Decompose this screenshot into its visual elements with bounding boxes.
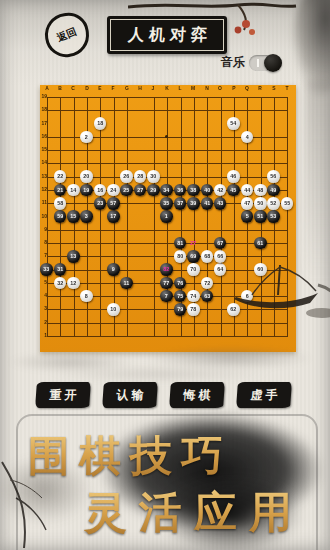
column-label-Q: Q (243, 86, 250, 91)
music-toggle[interactable] (249, 55, 282, 71)
stone-P13[interactable]: 46 (227, 170, 240, 183)
stone-R8[interactable]: 61 (254, 237, 267, 250)
slogan-line1: 围棋技巧 (28, 428, 232, 484)
stone-B5[interactable]: 32 (54, 277, 67, 290)
stone-Q16[interactable]: 4 (241, 131, 254, 144)
resign-button[interactable]: 认输 (102, 382, 158, 408)
stone-S11[interactable]: 52 (267, 197, 280, 210)
stone-O11[interactable]: 43 (214, 197, 227, 210)
stone-L7[interactable]: 80 (174, 250, 187, 263)
stone-D4[interactable]: 8 (80, 290, 93, 303)
page-title: 人机对弈 (107, 16, 227, 54)
stone-D16[interactable]: 2 (80, 131, 93, 144)
star-point-K16 (165, 135, 168, 138)
back-button[interactable]: 返回 (42, 10, 92, 60)
stone-P12[interactable]: 45 (227, 184, 240, 197)
column-label-M: M (190, 86, 197, 91)
back-button-label: 返回 (55, 25, 79, 45)
page-title-text: 人机对弈 (122, 25, 212, 46)
stone-C12[interactable]: 14 (67, 184, 80, 197)
column-label-F: F (110, 86, 117, 91)
stone-L3[interactable]: 79 (174, 303, 187, 316)
stone-N7[interactable]: 68 (201, 250, 214, 263)
stone-O12[interactable]: 42 (214, 184, 227, 197)
stone-M6[interactable]: 70 (187, 263, 200, 276)
stone-E17[interactable]: 18 (94, 117, 107, 130)
stone-L11[interactable]: 37 (174, 197, 187, 210)
stone-F3[interactable]: 10 (107, 303, 120, 316)
stone-C5[interactable]: 12 (67, 277, 80, 290)
stone-M7[interactable]: 69 (187, 250, 200, 263)
stone-D12[interactable]: 19 (80, 184, 93, 197)
stone-M12[interactable]: 38 (187, 184, 200, 197)
stone-R10[interactable]: 51 (254, 210, 267, 223)
stone-D10[interactable]: 3 (80, 210, 93, 223)
stone-S13[interactable]: 56 (267, 170, 280, 183)
toggle-on-mark-icon (257, 59, 259, 67)
stone-D13[interactable]: 20 (80, 170, 93, 183)
stone-B13[interactable]: 22 (54, 170, 67, 183)
stone-Q12[interactable]: 44 (241, 184, 254, 197)
column-label-J: J (150, 86, 157, 91)
stone-K10[interactable]: 1 (160, 210, 173, 223)
stone-L4[interactable]: 75 (174, 290, 187, 303)
stone-R11[interactable]: 50 (254, 197, 267, 210)
stone-F10[interactable]: 17 (107, 210, 120, 223)
stone-R12[interactable]: 48 (254, 184, 267, 197)
stone-E11[interactable]: 23 (94, 197, 107, 210)
stone-K5[interactable]: 77 (160, 277, 173, 290)
stone-N5[interactable]: 72 (201, 277, 214, 290)
stone-L5[interactable]: 76 (174, 277, 187, 290)
stone-J12[interactable]: 29 (147, 184, 160, 197)
go-board-grid[interactable]: 2712345678910111213141516171819202122232… (47, 97, 289, 337)
stone-K4[interactable]: 7 (160, 290, 173, 303)
column-label-T: T (283, 86, 290, 91)
column-label-K: K (163, 86, 170, 91)
column-label-H: H (136, 86, 143, 91)
stone-H13[interactable]: 28 (134, 170, 147, 183)
stone-O7[interactable]: 66 (214, 250, 227, 263)
stone-K11[interactable]: 35 (160, 197, 173, 210)
stone-H12[interactable]: 27 (134, 184, 147, 197)
stone-O6[interactable]: 64 (214, 263, 227, 276)
stone-N12[interactable]: 40 (201, 184, 214, 197)
stone-B11[interactable]: 58 (54, 197, 67, 210)
stone-A6[interactable]: 33 (40, 263, 53, 276)
stone-B10[interactable]: 59 (54, 210, 67, 223)
stone-B12[interactable]: 21 (54, 184, 67, 197)
column-label-L: L (176, 86, 183, 91)
column-label-G: G (123, 86, 130, 91)
column-label-O: O (216, 86, 223, 91)
restart-button[interactable]: 重开 (35, 382, 91, 408)
stone-K6[interactable]: 82 (160, 263, 173, 276)
column-label-A: A (43, 86, 50, 91)
stone-L8[interactable]: 81 (174, 237, 187, 250)
slogan-line2: 灵活应用 (84, 484, 304, 542)
stone-F6[interactable]: 9 (107, 263, 120, 276)
stone-G13[interactable]: 26 (120, 170, 133, 183)
go-board: ABCDEFGHJKLMNOPQRST 19181716151413121110… (40, 85, 296, 352)
stone-C10[interactable]: 15 (67, 210, 80, 223)
stone-N11[interactable]: 41 (201, 197, 214, 210)
music-label: 音乐 (221, 54, 245, 71)
stone-M11[interactable]: 39 (187, 197, 200, 210)
stone-S10[interactable]: 53 (267, 210, 280, 223)
captured-stone-marker: 27 (187, 237, 200, 250)
stone-F12[interactable]: 24 (107, 184, 120, 197)
stone-P17[interactable]: 54 (227, 117, 240, 130)
stone-M4[interactable]: 74 (187, 290, 200, 303)
column-label-E: E (96, 86, 103, 91)
stone-C7[interactable]: 13 (67, 250, 80, 263)
right-edge-wash-decoration (306, 80, 330, 280)
column-label-B: B (56, 86, 63, 91)
undo-button[interactable]: 悔棋 (169, 382, 225, 408)
stone-L12[interactable]: 36 (174, 184, 187, 197)
stone-Q4[interactable]: 6 (241, 290, 254, 303)
stone-F11[interactable]: 57 (107, 197, 120, 210)
stone-G5[interactable]: 11 (120, 277, 133, 290)
column-label-R: R (257, 86, 264, 91)
column-label-C: C (69, 86, 76, 91)
column-label-P: P (230, 86, 237, 91)
music-control: 音乐 (221, 54, 282, 71)
stone-G12[interactable]: 25 (120, 184, 133, 197)
stone-K12[interactable]: 34 (160, 184, 173, 197)
column-label-S: S (270, 86, 277, 91)
stone-T11[interactable]: 55 (281, 197, 294, 210)
pass-button[interactable]: 虚手 (236, 382, 292, 408)
stone-Q11[interactable]: 47 (241, 197, 254, 210)
stone-N4[interactable]: 63 (201, 290, 214, 303)
stone-M3[interactable]: 78 (187, 303, 200, 316)
column-label-N: N (203, 86, 210, 91)
toggle-knob[interactable] (264, 54, 282, 72)
stone-Q10[interactable]: 5 (241, 210, 254, 223)
screen: 返回 人机对弈 音乐 ABCDEFGHJKLMNOPQRST 191817161… (0, 0, 330, 550)
stone-B6[interactable]: 31 (54, 263, 67, 276)
stone-E12[interactable]: 16 (94, 184, 107, 197)
stone-P3[interactable]: 62 (227, 303, 240, 316)
stone-O8[interactable]: 67 (214, 237, 227, 250)
stone-J13[interactable]: 30 (147, 170, 160, 183)
stone-S12[interactable]: 49 (267, 184, 280, 197)
column-label-D: D (83, 86, 90, 91)
stone-R6[interactable]: 60 (254, 263, 267, 276)
game-action-bar: 重开 认输 悔棋 虚手 (0, 382, 330, 410)
